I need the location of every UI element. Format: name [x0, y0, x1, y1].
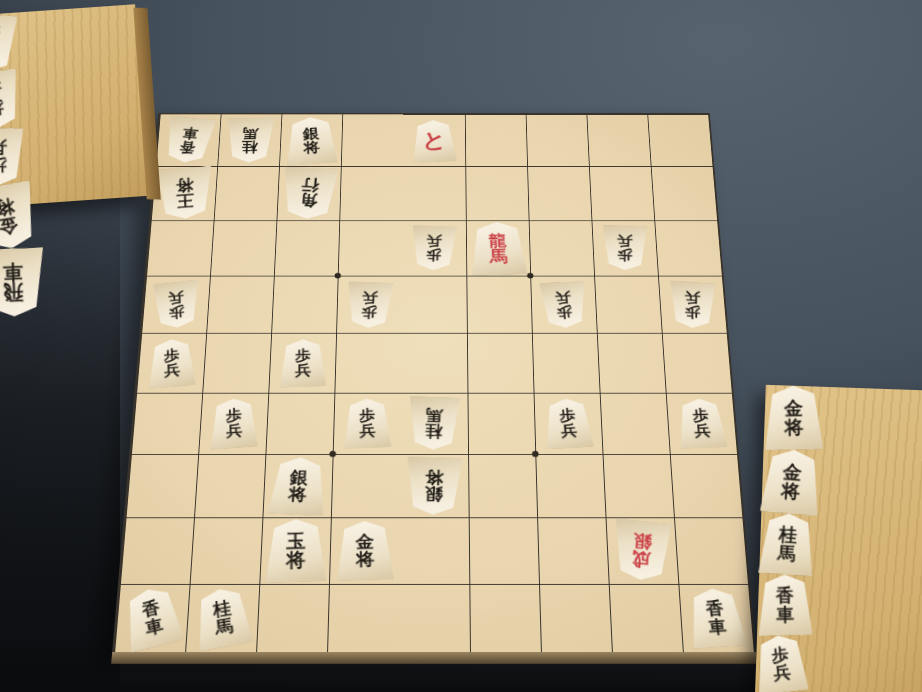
- shogi-piece-lance[interactable]: 香車: [161, 116, 216, 164]
- square-59: [398, 584, 469, 652]
- piece-kanji: 金将: [783, 398, 805, 437]
- square-93: [146, 220, 214, 276]
- piece-kanji: 歩兵: [360, 290, 379, 318]
- square-89: 桂馬: [185, 584, 259, 652]
- square-72: 角行: [277, 166, 341, 220]
- square-58: [399, 518, 469, 584]
- square-39: [539, 584, 612, 652]
- shogi-piece-lance[interactable]: 香車: [121, 584, 184, 653]
- piece-kanji: 香車: [140, 599, 166, 638]
- square-86: 歩兵: [198, 392, 268, 453]
- piece-kanji: 銀将: [423, 468, 445, 503]
- piece-kanji: 成銀: [631, 532, 654, 570]
- square-33: [528, 220, 594, 276]
- shogi-piece-knight[interactable]: 桂馬: [225, 118, 274, 162]
- square-53: 歩兵: [402, 220, 466, 276]
- square-96: [131, 392, 202, 453]
- square-16: 歩兵: [666, 392, 737, 453]
- square-83: [210, 220, 277, 276]
- square-14: 歩兵: [658, 276, 727, 333]
- shogi-piece-pawn[interactable]: 歩兵: [153, 280, 200, 330]
- piece-kanji: 香車: [775, 587, 796, 624]
- piece-kanji: 桂馬: [211, 599, 235, 637]
- left-piece-stand: 歩兵歩兵歩兵金将飛車: [0, 4, 148, 208]
- square-78: 玉将: [260, 518, 332, 584]
- square-31: [525, 114, 588, 166]
- piece-kanji: 歩兵: [225, 408, 243, 439]
- square-79: [256, 584, 329, 652]
- square-51: と: [403, 114, 465, 166]
- square-77: 銀将: [263, 454, 333, 518]
- square-57: 銀将: [400, 454, 469, 518]
- shogi-piece-pawn[interactable]: 歩兵: [602, 225, 647, 271]
- square-25: [597, 333, 666, 392]
- square-46: [467, 392, 535, 453]
- piece-kanji: 歩兵: [770, 646, 793, 682]
- square-76: [266, 392, 335, 453]
- square-71: 銀将: [279, 114, 342, 166]
- square-88: [190, 518, 263, 584]
- square-75: 歩兵: [269, 333, 337, 392]
- square-85: [202, 333, 271, 392]
- piece-kanji: 歩兵: [558, 408, 579, 439]
- shogi-piece-pawn[interactable]: 歩兵: [344, 398, 392, 449]
- shogi-piece-pawn[interactable]: 歩兵: [149, 338, 196, 389]
- square-29: [608, 584, 682, 652]
- square-13: [654, 220, 722, 276]
- piece-kanji: 歩兵: [425, 234, 443, 261]
- square-45: [467, 333, 534, 392]
- square-74: [271, 276, 338, 333]
- hoshi-dot: [527, 273, 533, 279]
- square-48: [468, 518, 538, 584]
- piece-kanji: 龍馬: [487, 232, 509, 264]
- shogi-piece-tokin[interactable]: と: [411, 119, 457, 162]
- square-67: [331, 454, 400, 518]
- stand-row: 桂馬香車: [757, 513, 922, 642]
- square-56: 桂馬: [400, 392, 467, 453]
- square-23: 歩兵: [591, 220, 658, 276]
- piece-kanji: 歩兵: [0, 81, 6, 118]
- shogi-piece-rook[interactable]: 飛車: [0, 247, 45, 317]
- square-95: 歩兵: [136, 333, 206, 392]
- square-27: [602, 454, 674, 518]
- piece-kanji: 銀将: [287, 468, 310, 504]
- square-99: 香車: [114, 584, 190, 652]
- shogi-piece-knight[interactable]: 桂馬: [407, 396, 460, 450]
- square-62: [340, 166, 403, 220]
- square-22: [589, 166, 654, 220]
- shogi-piece-pawn[interactable]: 歩兵: [753, 633, 809, 692]
- square-15: [662, 333, 732, 392]
- right-piece-stand: 金将金将桂馬香車歩兵: [754, 385, 922, 692]
- square-34: 歩兵: [530, 276, 597, 333]
- stand-row: 金将金将: [761, 385, 922, 520]
- board-wrapper: 香車桂馬銀将と王将角行歩兵龍馬歩兵歩兵歩兵歩兵歩兵歩兵歩兵歩兵歩兵桂馬歩兵歩兵銀…: [112, 8, 752, 650]
- square-41: [464, 114, 526, 166]
- shogi-piece-gold[interactable]: 金将: [760, 447, 823, 516]
- square-66: 歩兵: [333, 392, 401, 453]
- table-background: 香車桂馬銀将と王将角行歩兵龍馬歩兵歩兵歩兵歩兵歩兵歩兵歩兵歩兵歩兵桂馬歩兵歩兵銀…: [0, 0, 922, 692]
- square-38: [537, 518, 609, 584]
- shogi-piece-horse[interactable]: 龍馬: [469, 221, 527, 276]
- square-65: [335, 333, 402, 392]
- shogi-piece-pawn[interactable]: 歩兵: [0, 13, 17, 73]
- square-19: 香車: [678, 584, 754, 652]
- shogi-piece-bishop[interactable]: 角行: [280, 167, 339, 221]
- piece-kanji: 歩兵: [359, 408, 377, 438]
- square-52: [403, 166, 466, 220]
- square-35: [532, 333, 600, 392]
- square-84: [206, 276, 274, 333]
- square-47: [468, 454, 537, 518]
- square-32: [527, 166, 591, 220]
- piece-kanji: 歩兵: [691, 408, 712, 438]
- piece-kanji: 香車: [178, 126, 201, 154]
- hoshi-dot: [532, 451, 539, 457]
- square-43: 龍馬: [465, 220, 529, 276]
- piece-kanji: 歩兵: [163, 348, 181, 378]
- square-91: 香車: [155, 114, 220, 166]
- shogi-piece-knight[interactable]: 桂馬: [193, 585, 253, 652]
- piece-kanji: 桂馬: [241, 127, 260, 154]
- piece-kanji: 歩兵: [294, 348, 312, 377]
- piece-kanji: 金将: [355, 533, 376, 570]
- piece-kanji: 銀将: [302, 126, 322, 155]
- shogi-piece-king[interactable]: 王将: [157, 166, 213, 221]
- piece-kanji: 歩兵: [167, 290, 185, 319]
- square-11: [647, 114, 712, 166]
- shogi-piece-pawn[interactable]: 歩兵: [0, 128, 23, 185]
- square-81: 桂馬: [217, 114, 281, 166]
- shogi-piece-pawn[interactable]: 歩兵: [542, 398, 593, 449]
- shogi-piece-gold[interactable]: 金将: [764, 385, 823, 450]
- square-61: [341, 114, 403, 166]
- stand-row: 金将飛車: [0, 175, 156, 319]
- square-82: [214, 166, 279, 220]
- shogi-piece-pawn[interactable]: 歩兵: [280, 339, 326, 388]
- square-42: [465, 166, 528, 220]
- shogi-piece-gold[interactable]: 金将: [337, 520, 394, 581]
- piece-kanji: 金将: [0, 196, 20, 238]
- square-49: [469, 584, 541, 652]
- shogi-piece-pawn[interactable]: 歩兵: [670, 280, 716, 329]
- square-64: 歩兵: [336, 276, 402, 333]
- stand-row: 歩兵歩兵歩兵: [0, 4, 147, 187]
- piece-kanji: 桂馬: [424, 407, 444, 439]
- shogi-piece-silver[interactable]: 銀将: [405, 457, 463, 516]
- square-87: [194, 454, 266, 518]
- square-21: [586, 114, 650, 166]
- piece-kanji: 桂馬: [776, 525, 799, 563]
- piece-kanji: 歩兵: [0, 25, 1, 61]
- shogi-piece-pawn[interactable]: 歩兵: [411, 225, 457, 271]
- piece-kanji: 王将: [175, 177, 195, 209]
- square-37: [535, 454, 605, 518]
- shogi-piece-lance[interactable]: 香車: [686, 587, 748, 649]
- square-97: [126, 454, 199, 518]
- piece-kanji: 金将: [779, 462, 804, 502]
- square-17: [670, 454, 743, 518]
- square-98: [120, 518, 194, 584]
- square-54: [401, 276, 466, 333]
- square-18: [674, 518, 748, 584]
- shogi-piece-lance[interactable]: 香車: [758, 574, 813, 636]
- square-26: [599, 392, 669, 453]
- square-12: [651, 166, 717, 220]
- piece-kanji: 歩兵: [0, 139, 8, 174]
- stand-row: 歩兵: [755, 635, 922, 692]
- square-63: [338, 220, 402, 276]
- piece-kanji: 玉将: [285, 532, 307, 570]
- piece-kanji: 歩兵: [554, 290, 574, 319]
- shogi-piece-pawn[interactable]: 歩兵: [346, 281, 394, 328]
- shogi-board: 香車桂馬銀将と王将角行歩兵龍馬歩兵歩兵歩兵歩兵歩兵歩兵歩兵歩兵歩兵桂馬歩兵歩兵銀…: [112, 113, 756, 654]
- square-28: 成銀: [605, 518, 678, 584]
- piece-kanji: 角行: [298, 178, 321, 210]
- shogi-piece-promoted-silver[interactable]: 成銀: [612, 519, 672, 584]
- piece-kanji: と: [420, 130, 448, 152]
- shogi-piece-pawn[interactable]: 歩兵: [675, 398, 727, 449]
- shogi-piece-pawn[interactable]: 歩兵: [539, 281, 589, 329]
- shogi-piece-gold[interactable]: 金将: [0, 180, 41, 253]
- square-44: [466, 276, 532, 333]
- square-24: [594, 276, 662, 333]
- shogi-piece-pawn[interactable]: 歩兵: [0, 68, 23, 131]
- piece-kanji: 香車: [704, 600, 729, 636]
- shogi-piece-silver[interactable]: 銀将: [268, 456, 329, 516]
- square-73: [274, 220, 340, 276]
- piece-kanji: 飛車: [1, 262, 25, 304]
- square-69: [327, 584, 399, 652]
- shogi-piece-silver[interactable]: 銀将: [286, 116, 338, 166]
- square-36: 歩兵: [533, 392, 602, 453]
- shogi-piece-king[interactable]: 玉将: [266, 519, 327, 584]
- square-55: [401, 333, 467, 392]
- square-92: 王将: [151, 166, 217, 220]
- piece-kanji: 歩兵: [616, 234, 633, 262]
- shogi-piece-pawn[interactable]: 歩兵: [210, 398, 258, 450]
- square-68: 金将: [329, 518, 399, 584]
- board-front-edge: [111, 652, 757, 664]
- shogi-piece-knight[interactable]: 桂馬: [758, 512, 816, 577]
- piece-kanji: 歩兵: [684, 290, 701, 319]
